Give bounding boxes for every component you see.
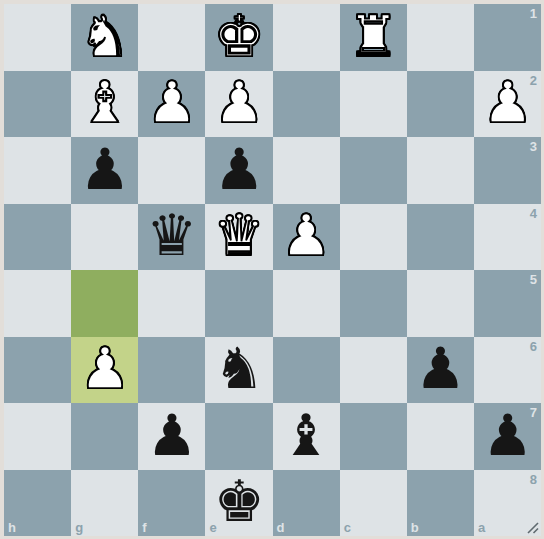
square-c7[interactable] (340, 403, 407, 470)
square-e7[interactable] (205, 403, 272, 470)
white-queen[interactable]: ♛ (213, 207, 264, 264)
rank-label-4: 4 (530, 207, 537, 220)
rank-label-6: 6 (530, 340, 537, 353)
square-h1[interactable] (4, 4, 71, 71)
square-d1[interactable] (273, 4, 340, 71)
square-g5[interactable] (71, 270, 138, 337)
square-a2[interactable]: ♟2 (474, 71, 541, 138)
square-b7[interactable] (407, 403, 474, 470)
file-label-d: d (277, 521, 285, 534)
square-d8[interactable]: d (273, 470, 340, 537)
square-b2[interactable] (407, 71, 474, 138)
black-pawn[interactable]: ♟ (146, 407, 197, 464)
chess-board: ♞♚♜1♝♟♟♟2♟♟3♛♛♟45♟♞♟6♟♝♟7hgf♚edcb8a (4, 4, 541, 536)
black-pawn[interactable]: ♟ (79, 141, 130, 198)
square-e6[interactable]: ♞ (205, 337, 272, 404)
square-b3[interactable] (407, 137, 474, 204)
file-label-e: e (209, 521, 216, 534)
square-a4[interactable]: 4 (474, 204, 541, 271)
square-f6[interactable] (138, 337, 205, 404)
square-e4[interactable]: ♛ (205, 204, 272, 271)
file-label-c: c (344, 521, 351, 534)
square-d5[interactable] (273, 270, 340, 337)
square-h7[interactable] (4, 403, 71, 470)
square-f4[interactable]: ♛ (138, 204, 205, 271)
rank-label-7: 7 (530, 406, 537, 419)
black-king[interactable]: ♚ (213, 473, 264, 530)
white-pawn[interactable]: ♟ (213, 74, 264, 131)
square-a6[interactable]: 6 (474, 337, 541, 404)
square-e8[interactable]: ♚e (205, 470, 272, 537)
square-a5[interactable]: 5 (474, 270, 541, 337)
white-knight[interactable]: ♞ (79, 8, 130, 65)
black-knight[interactable]: ♞ (213, 340, 264, 397)
square-f3[interactable] (138, 137, 205, 204)
black-bishop[interactable]: ♝ (281, 407, 332, 464)
square-h4[interactable] (4, 204, 71, 271)
square-f5[interactable] (138, 270, 205, 337)
square-d3[interactable] (273, 137, 340, 204)
square-a1[interactable]: 1 (474, 4, 541, 71)
square-g4[interactable] (71, 204, 138, 271)
square-e1[interactable]: ♚ (205, 4, 272, 71)
file-label-h: h (8, 521, 16, 534)
square-g2[interactable]: ♝ (71, 71, 138, 138)
rank-label-8: 8 (530, 473, 537, 486)
square-h2[interactable] (4, 71, 71, 138)
file-label-a: a (478, 521, 485, 534)
square-b5[interactable] (407, 270, 474, 337)
square-d4[interactable]: ♟ (273, 204, 340, 271)
black-pawn[interactable]: ♟ (482, 407, 533, 464)
square-e3[interactable]: ♟ (205, 137, 272, 204)
white-king[interactable]: ♚ (213, 8, 264, 65)
rank-label-1: 1 (530, 7, 537, 20)
square-f8[interactable]: f (138, 470, 205, 537)
white-pawn[interactable]: ♟ (79, 340, 130, 397)
square-g1[interactable]: ♞ (71, 4, 138, 71)
square-c2[interactable] (340, 71, 407, 138)
square-h8[interactable]: h (4, 470, 71, 537)
square-b4[interactable] (407, 204, 474, 271)
square-d2[interactable] (273, 71, 340, 138)
white-bishop[interactable]: ♝ (79, 74, 130, 131)
square-g6[interactable]: ♟ (71, 337, 138, 404)
board-resize-handle-icon[interactable] (525, 520, 539, 534)
white-pawn[interactable]: ♟ (146, 74, 197, 131)
square-h3[interactable] (4, 137, 71, 204)
square-g7[interactable] (71, 403, 138, 470)
square-h6[interactable] (4, 337, 71, 404)
square-b1[interactable] (407, 4, 474, 71)
square-e2[interactable]: ♟ (205, 71, 272, 138)
white-rook[interactable]: ♜ (348, 8, 399, 65)
square-f7[interactable]: ♟ (138, 403, 205, 470)
square-g3[interactable]: ♟ (71, 137, 138, 204)
square-e5[interactable] (205, 270, 272, 337)
black-queen[interactable]: ♛ (146, 207, 197, 264)
square-f1[interactable] (138, 4, 205, 71)
rank-label-5: 5 (530, 273, 537, 286)
square-d6[interactable] (273, 337, 340, 404)
black-pawn[interactable]: ♟ (415, 340, 466, 397)
file-label-f: f (142, 521, 146, 534)
file-label-b: b (411, 521, 419, 534)
square-c4[interactable] (340, 204, 407, 271)
square-g8[interactable]: g (71, 470, 138, 537)
square-h5[interactable] (4, 270, 71, 337)
square-a3[interactable]: 3 (474, 137, 541, 204)
file-label-g: g (75, 521, 83, 534)
square-b8[interactable]: b (407, 470, 474, 537)
square-d7[interactable]: ♝ (273, 403, 340, 470)
square-c3[interactable] (340, 137, 407, 204)
white-pawn[interactable]: ♟ (281, 207, 332, 264)
square-a7[interactable]: ♟7 (474, 403, 541, 470)
white-pawn[interactable]: ♟ (482, 74, 533, 131)
rank-label-3: 3 (530, 140, 537, 153)
square-c6[interactable] (340, 337, 407, 404)
square-c1[interactable]: ♜ (340, 4, 407, 71)
square-c8[interactable]: c (340, 470, 407, 537)
rank-label-2: 2 (530, 74, 537, 87)
square-c5[interactable] (340, 270, 407, 337)
black-pawn[interactable]: ♟ (213, 141, 264, 198)
square-b6[interactable]: ♟ (407, 337, 474, 404)
square-f2[interactable]: ♟ (138, 71, 205, 138)
